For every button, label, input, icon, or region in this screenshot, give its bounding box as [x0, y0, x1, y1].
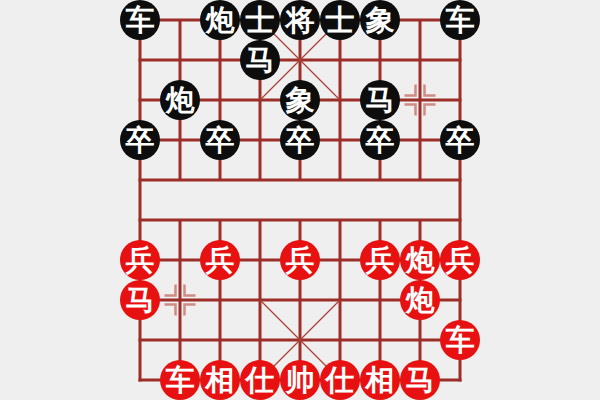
piece-black-soldier[interactable]: 卒 [280, 120, 320, 160]
piece-black-advisor[interactable]: 士 [240, 0, 280, 40]
piece-red-cannon[interactable]: 炮 [400, 280, 440, 320]
piece-black-soldier[interactable]: 卒 [120, 120, 160, 160]
piece-red-chariot[interactable]: 车 [160, 360, 200, 400]
piece-black-soldier[interactable]: 卒 [440, 120, 480, 160]
piece-black-chariot[interactable]: 车 [440, 0, 480, 40]
last-move-marker [405, 85, 416, 96]
piece-red-advisor[interactable]: 仕 [320, 360, 360, 400]
piece-red-cannon[interactable]: 炮 [400, 240, 440, 280]
last-move-marker [425, 85, 436, 96]
last-move-marker [165, 285, 176, 296]
piece-red-soldier[interactable]: 兵 [200, 240, 240, 280]
piece-black-advisor[interactable]: 士 [320, 0, 360, 40]
last-move-marker [405, 105, 416, 116]
piece-black-horse[interactable]: 马 [360, 80, 400, 120]
last-move-marker [185, 285, 196, 296]
piece-black-elephant[interactable]: 象 [360, 0, 400, 40]
piece-red-chariot[interactable]: 车 [440, 320, 480, 360]
last-move-marker [185, 305, 196, 316]
piece-black-elephant[interactable]: 象 [280, 80, 320, 120]
piece-red-horse[interactable]: 马 [120, 280, 160, 320]
piece-red-advisor[interactable]: 仕 [240, 360, 280, 400]
piece-red-soldier[interactable]: 兵 [440, 240, 480, 280]
piece-black-cannon[interactable]: 炮 [160, 80, 200, 120]
piece-black-chariot[interactable]: 车 [120, 0, 160, 40]
board-grid-lines [0, 0, 600, 400]
piece-red-horse[interactable]: 马 [400, 360, 440, 400]
piece-red-elephant[interactable]: 相 [200, 360, 240, 400]
last-move-marker [165, 305, 176, 316]
last-move-marker [425, 105, 436, 116]
piece-black-general[interactable]: 将 [280, 0, 320, 40]
piece-black-soldier[interactable]: 卒 [360, 120, 400, 160]
xiangqi-board[interactable]: 车炮士将士象车马炮象马卒卒卒卒卒兵兵兵兵炮兵马炮车车相仕帅仕相马 [0, 0, 600, 400]
piece-red-soldier[interactable]: 兵 [280, 240, 320, 280]
piece-red-elephant[interactable]: 相 [360, 360, 400, 400]
piece-black-soldier[interactable]: 卒 [200, 120, 240, 160]
piece-red-soldier[interactable]: 兵 [360, 240, 400, 280]
piece-black-horse[interactable]: 马 [240, 40, 280, 80]
piece-black-cannon[interactable]: 炮 [200, 0, 240, 40]
piece-red-soldier[interactable]: 兵 [120, 240, 160, 280]
piece-red-general[interactable]: 帅 [280, 360, 320, 400]
